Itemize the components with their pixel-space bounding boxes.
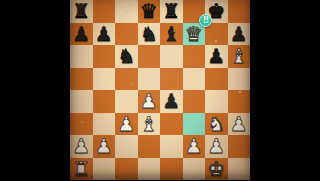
square-g1[interactable]: ♚ — [205, 158, 228, 181]
square-b4[interactable] — [93, 90, 116, 113]
piece-white-pawn[interactable]: ♟ — [95, 135, 113, 157]
piece-black-knight[interactable]: ♞ — [140, 23, 158, 45]
square-d7[interactable]: ♞ — [138, 23, 161, 46]
square-f4[interactable] — [183, 90, 206, 113]
square-e5[interactable] — [160, 68, 183, 91]
piece-white-knight[interactable]: ♞ — [207, 113, 225, 135]
piece-black-pawn[interactable]: ♟ — [207, 45, 225, 67]
piece-white-pawn[interactable]: ♟ — [140, 90, 158, 112]
piece-black-rook[interactable]: ♜ — [162, 0, 180, 22]
square-f3[interactable] — [183, 113, 206, 136]
square-a5[interactable] — [70, 68, 93, 91]
piece-white-king[interactable]: ♚ — [207, 158, 225, 180]
piece-black-knight[interactable]: ♞ — [117, 45, 135, 67]
square-b6[interactable] — [93, 45, 116, 68]
square-b7[interactable]: ♟ — [93, 23, 116, 46]
square-c4[interactable] — [115, 90, 138, 113]
piece-black-pawn[interactable]: ♟ — [95, 23, 113, 45]
square-c2[interactable] — [115, 135, 138, 158]
square-g3[interactable]: ♞ — [205, 113, 228, 136]
square-d1[interactable] — [138, 158, 161, 181]
square-b5[interactable] — [93, 68, 116, 91]
square-h8[interactable] — [228, 0, 251, 23]
square-e4[interactable]: ♟ — [160, 90, 183, 113]
square-g6[interactable]: ♟ — [205, 45, 228, 68]
square-h1[interactable] — [228, 158, 251, 181]
square-a3[interactable] — [70, 113, 93, 136]
piece-white-rook[interactable]: ♜ — [72, 158, 90, 180]
square-a1[interactable]: ♜ — [70, 158, 93, 181]
square-b2[interactable]: ♟ — [93, 135, 116, 158]
piece-white-queen[interactable]: ♛ — [185, 23, 203, 45]
square-f1[interactable] — [183, 158, 206, 181]
square-e3[interactable] — [160, 113, 183, 136]
square-c7[interactable] — [115, 23, 138, 46]
square-h7[interactable]: ♟ — [228, 23, 251, 46]
chess-board: !! ♜♛♜♚♟♟♞♝♛♟♞♟♝♟♟♟♝♞♟♟♟♟♟♜♚ — [70, 0, 250, 180]
brilliant-move-badge: !! — [199, 14, 212, 27]
letterbox-right — [250, 0, 320, 180]
square-a6[interactable] — [70, 45, 93, 68]
square-a4[interactable] — [70, 90, 93, 113]
piece-white-pawn[interactable]: ♟ — [230, 113, 248, 135]
square-d4[interactable]: ♟ — [138, 90, 161, 113]
brilliant-move-symbol: !! — [203, 16, 208, 24]
square-f6[interactable] — [183, 45, 206, 68]
square-c1[interactable] — [115, 158, 138, 181]
square-e2[interactable] — [160, 135, 183, 158]
square-b1[interactable] — [93, 158, 116, 181]
square-b3[interactable] — [93, 113, 116, 136]
piece-white-bishop[interactable]: ♝ — [140, 113, 158, 135]
square-e1[interactable] — [160, 158, 183, 181]
square-a8[interactable]: ♜ — [70, 0, 93, 23]
piece-black-bishop[interactable]: ♝ — [162, 23, 180, 45]
piece-black-pawn[interactable]: ♟ — [72, 23, 90, 45]
square-d6[interactable] — [138, 45, 161, 68]
letterbox-left — [0, 0, 70, 180]
square-g4[interactable] — [205, 90, 228, 113]
square-h2[interactable] — [228, 135, 251, 158]
square-e8[interactable]: ♜ — [160, 0, 183, 23]
video-frame: !! ♜♛♜♚♟♟♞♝♛♟♞♟♝♟♟♟♝♞♟♟♟♟♟♜♚ — [0, 0, 320, 180]
square-h6[interactable]: ♝ — [228, 45, 251, 68]
square-d2[interactable] — [138, 135, 161, 158]
square-a2[interactable]: ♟ — [70, 135, 93, 158]
square-c6[interactable]: ♞ — [115, 45, 138, 68]
piece-black-pawn[interactable]: ♟ — [162, 90, 180, 112]
square-f2[interactable]: ♟ — [183, 135, 206, 158]
piece-black-pawn[interactable]: ♟ — [230, 23, 248, 45]
square-e6[interactable] — [160, 45, 183, 68]
piece-black-rook[interactable]: ♜ — [72, 0, 90, 22]
square-f5[interactable] — [183, 68, 206, 91]
piece-white-pawn[interactable]: ♟ — [207, 135, 225, 157]
piece-white-pawn[interactable]: ♟ — [185, 135, 203, 157]
piece-white-bishop[interactable]: ♝ — [230, 45, 248, 67]
piece-white-pawn[interactable]: ♟ — [117, 113, 135, 135]
square-b8[interactable] — [93, 0, 116, 23]
square-h3[interactable]: ♟ — [228, 113, 251, 136]
square-e7[interactable]: ♝ — [160, 23, 183, 46]
square-d8[interactable]: ♛ — [138, 0, 161, 23]
square-c3[interactable]: ♟ — [115, 113, 138, 136]
square-d5[interactable] — [138, 68, 161, 91]
square-h4[interactable] — [228, 90, 251, 113]
square-g2[interactable]: ♟ — [205, 135, 228, 158]
square-h5[interactable] — [228, 68, 251, 91]
square-a7[interactable]: ♟ — [70, 23, 93, 46]
square-c8[interactable] — [115, 0, 138, 23]
piece-white-pawn[interactable]: ♟ — [72, 135, 90, 157]
square-g5[interactable] — [205, 68, 228, 91]
square-c5[interactable] — [115, 68, 138, 91]
square-d3[interactable]: ♝ — [138, 113, 161, 136]
piece-black-queen[interactable]: ♛ — [140, 0, 158, 22]
